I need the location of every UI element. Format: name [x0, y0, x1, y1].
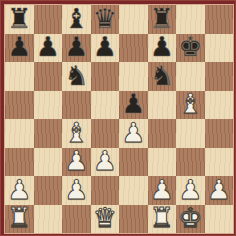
square-g5[interactable]: ♝: [176, 91, 205, 120]
piece-white-queen[interactable]: ♛: [93, 204, 117, 232]
square-d1[interactable]: ♛: [91, 205, 120, 234]
square-a6[interactable]: [5, 62, 34, 91]
square-g7[interactable]: ♚: [176, 34, 205, 63]
square-f3[interactable]: [148, 148, 177, 177]
square-e5[interactable]: ♟: [119, 91, 148, 120]
piece-white-pawn[interactable]: ♟: [7, 176, 31, 204]
square-c6[interactable]: ♞: [62, 62, 91, 91]
square-b5[interactable]: [34, 91, 63, 120]
piece-white-pawn[interactable]: ♟: [178, 176, 202, 204]
square-f5[interactable]: [148, 91, 177, 120]
piece-white-king[interactable]: ♚: [178, 204, 202, 232]
square-d7[interactable]: ♟: [91, 34, 120, 63]
piece-black-pawn[interactable]: ♟: [36, 33, 60, 61]
square-h4[interactable]: [205, 119, 234, 148]
square-h7[interactable]: [205, 34, 234, 63]
piece-black-pawn[interactable]: ♟: [7, 33, 31, 61]
square-h1[interactable]: [205, 205, 234, 234]
square-a8[interactable]: ♜: [5, 5, 34, 34]
square-a2[interactable]: ♟: [5, 176, 34, 205]
square-f7[interactable]: ♟: [148, 34, 177, 63]
piece-black-knight[interactable]: ♞: [150, 62, 174, 90]
square-f1[interactable]: ♜: [148, 205, 177, 234]
square-g1[interactable]: ♚: [176, 205, 205, 234]
piece-black-pawn[interactable]: ♟: [64, 33, 88, 61]
square-a4[interactable]: [5, 119, 34, 148]
square-a7[interactable]: ♟: [5, 34, 34, 63]
piece-white-pawn[interactable]: ♟: [207, 176, 231, 204]
chess-board: ♜♝♛♜♟♟♟♟♟♚♞♞♟♝♝♟♟♟♟♟♟♟♟♜♛♜♚: [5, 5, 233, 233]
square-h3[interactable]: [205, 148, 234, 177]
piece-black-king[interactable]: ♚: [178, 33, 202, 61]
square-e7[interactable]: [119, 34, 148, 63]
square-a5[interactable]: [5, 91, 34, 120]
square-f4[interactable]: [148, 119, 177, 148]
square-e3[interactable]: [119, 148, 148, 177]
square-e8[interactable]: [119, 5, 148, 34]
chess-board-frame: ♜♝♛♜♟♟♟♟♟♚♞♞♟♝♝♟♟♟♟♟♟♟♟♜♛♜♚: [0, 0, 236, 236]
piece-white-rook[interactable]: ♜: [7, 204, 31, 232]
square-d5[interactable]: [91, 91, 120, 120]
piece-white-pawn[interactable]: ♟: [121, 119, 145, 147]
piece-black-knight[interactable]: ♞: [64, 62, 88, 90]
piece-white-pawn[interactable]: ♟: [64, 147, 88, 175]
square-h6[interactable]: [205, 62, 234, 91]
square-h8[interactable]: [205, 5, 234, 34]
square-c8[interactable]: ♝: [62, 5, 91, 34]
square-g4[interactable]: [176, 119, 205, 148]
square-d4[interactable]: [91, 119, 120, 148]
square-b7[interactable]: ♟: [34, 34, 63, 63]
square-c2[interactable]: ♟: [62, 176, 91, 205]
square-e2[interactable]: [119, 176, 148, 205]
square-c3[interactable]: ♟: [62, 148, 91, 177]
square-d3[interactable]: ♟: [91, 148, 120, 177]
square-b6[interactable]: [34, 62, 63, 91]
piece-black-bishop[interactable]: ♝: [64, 5, 88, 33]
square-b8[interactable]: [34, 5, 63, 34]
piece-white-bishop[interactable]: ♝: [178, 90, 202, 118]
square-c5[interactable]: [62, 91, 91, 120]
piece-white-pawn[interactable]: ♟: [150, 176, 174, 204]
piece-black-rook[interactable]: ♜: [7, 5, 31, 33]
square-d6[interactable]: [91, 62, 120, 91]
square-b2[interactable]: [34, 176, 63, 205]
piece-black-pawn[interactable]: ♟: [121, 90, 145, 118]
square-b4[interactable]: [34, 119, 63, 148]
square-c7[interactable]: ♟: [62, 34, 91, 63]
square-a3[interactable]: [5, 148, 34, 177]
square-f6[interactable]: ♞: [148, 62, 177, 91]
square-e4[interactable]: ♟: [119, 119, 148, 148]
piece-black-pawn[interactable]: ♟: [93, 33, 117, 61]
square-e6[interactable]: [119, 62, 148, 91]
square-c4[interactable]: ♝: [62, 119, 91, 148]
piece-white-pawn[interactable]: ♟: [93, 147, 117, 175]
square-g2[interactable]: ♟: [176, 176, 205, 205]
square-g3[interactable]: [176, 148, 205, 177]
square-d8[interactable]: ♛: [91, 5, 120, 34]
square-f8[interactable]: ♜: [148, 5, 177, 34]
square-g8[interactable]: [176, 5, 205, 34]
square-b3[interactable]: [34, 148, 63, 177]
piece-white-bishop[interactable]: ♝: [64, 119, 88, 147]
square-h5[interactable]: [205, 91, 234, 120]
square-e1[interactable]: [119, 205, 148, 234]
square-f2[interactable]: ♟: [148, 176, 177, 205]
piece-black-pawn[interactable]: ♟: [150, 33, 174, 61]
square-d2[interactable]: [91, 176, 120, 205]
piece-white-pawn[interactable]: ♟: [64, 176, 88, 204]
square-b1[interactable]: [34, 205, 63, 234]
piece-white-rook[interactable]: ♜: [150, 204, 174, 232]
square-a1[interactable]: ♜: [5, 205, 34, 234]
square-c1[interactable]: [62, 205, 91, 234]
piece-black-queen[interactable]: ♛: [93, 5, 117, 33]
square-h2[interactable]: ♟: [205, 176, 234, 205]
piece-black-rook[interactable]: ♜: [150, 5, 174, 33]
square-g6[interactable]: [176, 62, 205, 91]
